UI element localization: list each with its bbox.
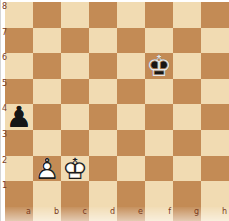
file-label-strip: abcdefgh xyxy=(5,207,229,221)
square-c5[interactable] xyxy=(61,79,89,105)
square-a3[interactable]: 3 xyxy=(5,130,33,156)
square-a1[interactable]: 1 xyxy=(5,181,33,207)
square-h4[interactable] xyxy=(201,104,229,130)
white-king-fill-glyph: ♚ xyxy=(61,156,89,182)
square-c8[interactable] xyxy=(61,2,89,28)
rank-label-8: 8 xyxy=(2,3,7,11)
file-label-a: a xyxy=(26,207,31,216)
square-e3[interactable] xyxy=(117,130,145,156)
rank-label-2: 2 xyxy=(2,157,7,165)
black-pawn-fill-glyph: ♟ xyxy=(5,104,33,130)
square-g7[interactable] xyxy=(173,28,201,54)
black-pawn-outline-glyph: ♙ xyxy=(5,104,33,130)
square-b7[interactable] xyxy=(33,28,61,54)
file-label-h: h xyxy=(222,207,227,216)
file-strip-cell-c: c xyxy=(61,207,89,221)
square-b2[interactable]: ♟♙ xyxy=(33,156,61,182)
white-king-piece[interactable]: ♚♔ xyxy=(61,156,89,182)
rank-label-4: 4 xyxy=(2,105,7,113)
black-king-piece[interactable]: ♚♔ xyxy=(145,53,173,79)
square-c4[interactable] xyxy=(61,104,89,130)
square-d8[interactable] xyxy=(89,2,117,28)
square-a6[interactable]: 6 xyxy=(5,53,33,79)
square-a7[interactable]: 7 xyxy=(5,28,33,54)
square-d7[interactable] xyxy=(89,28,117,54)
square-d3[interactable] xyxy=(89,130,117,156)
square-f8[interactable] xyxy=(145,2,173,28)
square-f5[interactable] xyxy=(145,79,173,105)
square-f4[interactable] xyxy=(145,104,173,130)
square-f6[interactable]: ♚♔ xyxy=(145,53,173,79)
black-king-outline-glyph: ♔ xyxy=(145,53,173,79)
rank-label-6: 6 xyxy=(2,54,7,62)
square-h5[interactable] xyxy=(201,79,229,105)
chess-board: 876♚♔54♟♙32♟♙♚♔1 xyxy=(5,2,229,207)
square-b3[interactable] xyxy=(33,130,61,156)
square-h7[interactable] xyxy=(201,28,229,54)
square-d2[interactable] xyxy=(89,156,117,182)
square-d1[interactable] xyxy=(89,181,117,207)
square-h2[interactable] xyxy=(201,156,229,182)
square-e7[interactable] xyxy=(117,28,145,54)
square-e1[interactable] xyxy=(117,181,145,207)
file-strip-cell-a: a xyxy=(5,207,33,221)
square-e2[interactable] xyxy=(117,156,145,182)
square-g2[interactable] xyxy=(173,156,201,182)
file-strip-cell-e: e xyxy=(117,207,145,221)
file-label-c: c xyxy=(83,207,87,216)
square-h6[interactable] xyxy=(201,53,229,79)
square-b1[interactable] xyxy=(33,181,61,207)
square-h3[interactable] xyxy=(201,130,229,156)
square-e5[interactable] xyxy=(117,79,145,105)
file-strip-cell-f: f xyxy=(145,207,173,221)
square-c6[interactable] xyxy=(61,53,89,79)
square-c2[interactable]: ♚♔ xyxy=(61,156,89,182)
square-a5[interactable]: 5 xyxy=(5,79,33,105)
white-pawn-piece[interactable]: ♟♙ xyxy=(33,156,61,182)
chess-board-screenshot: 876♚♔54♟♙32♟♙♚♔1 abcdefgh xyxy=(0,0,229,221)
file-label-f: f xyxy=(168,207,171,216)
square-f7[interactable] xyxy=(145,28,173,54)
file-label-g: g xyxy=(194,207,199,216)
square-g8[interactable] xyxy=(173,2,201,28)
file-strip-cell-g: g xyxy=(173,207,201,221)
square-g1[interactable] xyxy=(173,181,201,207)
square-d5[interactable] xyxy=(89,79,117,105)
square-g3[interactable] xyxy=(173,130,201,156)
square-c1[interactable] xyxy=(61,181,89,207)
file-strip-cell-d: d xyxy=(89,207,117,221)
rank-label-7: 7 xyxy=(2,29,7,37)
square-h1[interactable] xyxy=(201,181,229,207)
square-c7[interactable] xyxy=(61,28,89,54)
left-edge-line xyxy=(0,0,1,221)
white-pawn-fill-glyph: ♟ xyxy=(33,156,61,182)
file-label-e: e xyxy=(138,207,143,216)
rank-label-3: 3 xyxy=(2,131,7,139)
white-pawn-outline-glyph: ♙ xyxy=(33,156,61,182)
file-label-d: d xyxy=(110,207,115,216)
square-b5[interactable] xyxy=(33,79,61,105)
square-e6[interactable] xyxy=(117,53,145,79)
square-b4[interactable] xyxy=(33,104,61,130)
square-g4[interactable] xyxy=(173,104,201,130)
black-pawn-piece[interactable]: ♟♙ xyxy=(5,104,33,130)
square-h8[interactable] xyxy=(201,2,229,28)
square-d6[interactable] xyxy=(89,53,117,79)
square-c3[interactable] xyxy=(61,130,89,156)
square-g5[interactable] xyxy=(173,79,201,105)
square-b6[interactable] xyxy=(33,53,61,79)
square-f3[interactable] xyxy=(145,130,173,156)
rank-label-5: 5 xyxy=(2,80,7,88)
square-g6[interactable] xyxy=(173,53,201,79)
white-king-outline-glyph: ♔ xyxy=(61,156,89,182)
square-a4[interactable]: 4♟♙ xyxy=(5,104,33,130)
file-label-b: b xyxy=(54,207,59,216)
square-d4[interactable] xyxy=(89,104,117,130)
black-king-fill-glyph: ♚ xyxy=(145,53,173,79)
square-f2[interactable] xyxy=(145,156,173,182)
rank-label-1: 1 xyxy=(2,182,7,190)
square-a8[interactable]: 8 xyxy=(5,2,33,28)
square-b8[interactable] xyxy=(33,2,61,28)
file-strip-cell-b: b xyxy=(33,207,61,221)
square-e8[interactable] xyxy=(117,2,145,28)
square-a2[interactable]: 2 xyxy=(5,156,33,182)
square-f1[interactable] xyxy=(145,181,173,207)
file-strip-cell-h: h xyxy=(201,207,229,221)
square-e4[interactable] xyxy=(117,104,145,130)
